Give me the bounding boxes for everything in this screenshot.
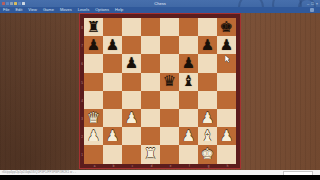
square-b1[interactable]: [103, 145, 122, 163]
square-a7[interactable]: ♟: [84, 36, 103, 54]
white-pawn[interactable]: ♟: [106, 128, 119, 143]
square-b6[interactable]: [103, 54, 122, 72]
square-e2[interactable]: [160, 127, 179, 145]
title-bar: Chess – □ ×: [0, 0, 320, 7]
white-rook[interactable]: ♜: [144, 146, 157, 161]
file-label-g: g: [199, 164, 218, 168]
square-f5[interactable]: ♝: [179, 73, 198, 91]
square-c3[interactable]: ♟: [122, 109, 141, 127]
square-b3[interactable]: [103, 109, 122, 127]
square-e3[interactable]: [160, 109, 179, 127]
black-pawn[interactable]: ♟: [87, 37, 100, 52]
file-label-c: c: [123, 164, 142, 168]
square-f3[interactable]: [179, 109, 198, 127]
close-icon[interactable]: ×: [316, 1, 318, 6]
square-g4[interactable]: [198, 91, 217, 109]
board-grid: ♜♚♟♟♟♟♟♟♛♝♛♟♟♟♟♟♝♟♜♚: [84, 18, 236, 164]
square-g2[interactable]: ♝: [198, 127, 217, 145]
square-g3[interactable]: ♟: [198, 109, 217, 127]
square-g1[interactable]: ♚: [198, 145, 217, 163]
rank-label-6: 6: [80, 55, 84, 73]
square-a5[interactable]: [84, 73, 103, 91]
square-f7[interactable]: [179, 36, 198, 54]
letterbox: [0, 175, 320, 180]
white-bishop[interactable]: ♝: [201, 128, 214, 143]
black-pawn[interactable]: ♟: [220, 37, 233, 52]
black-rook[interactable]: ♜: [87, 19, 100, 34]
black-queen[interactable]: ♛: [163, 74, 176, 89]
square-g7[interactable]: ♟: [198, 36, 217, 54]
square-c2[interactable]: [122, 127, 141, 145]
app-background: ♜♚♟♟♟♟♟♟♛♝♛♟♟♟♟♟♝♟♜♚ 87654321 abcdefgh: [0, 13, 320, 170]
chess-board: ♜♚♟♟♟♟♟♟♛♝♛♟♟♟♟♟♝♟♜♚ 87654321 abcdefgh: [79, 13, 241, 169]
square-a4[interactable]: [84, 91, 103, 109]
square-g5[interactable]: [198, 73, 217, 91]
file-label-h: h: [218, 164, 237, 168]
file-label-a: a: [85, 164, 104, 168]
rank-label-1: 1: [80, 146, 84, 164]
rank-label-7: 7: [80, 37, 84, 55]
window-controls: – □ ×: [307, 1, 318, 6]
square-a1[interactable]: [84, 145, 103, 163]
square-f1[interactable]: [179, 145, 198, 163]
square-a6[interactable]: [84, 54, 103, 72]
file-label-e: e: [161, 164, 180, 168]
square-f2[interactable]: ♟: [179, 127, 198, 145]
square-c5[interactable]: [122, 73, 141, 91]
square-b7[interactable]: ♟: [103, 36, 122, 54]
square-d8[interactable]: [141, 18, 160, 36]
window-title: Chess: [0, 1, 320, 6]
square-a3[interactable]: ♛: [84, 109, 103, 127]
square-b4[interactable]: [103, 91, 122, 109]
white-queen[interactable]: ♛: [87, 110, 100, 125]
square-e1[interactable]: [160, 145, 179, 163]
file-label-d: d: [142, 164, 161, 168]
white-pawn[interactable]: ♟: [201, 110, 214, 125]
black-king[interactable]: ♚: [220, 19, 233, 34]
white-pawn[interactable]: ♟: [87, 128, 100, 143]
square-e6[interactable]: [160, 54, 179, 72]
square-h8[interactable]: ♚: [217, 18, 236, 36]
square-f4[interactable]: [179, 91, 198, 109]
rank-labels: 87654321: [80, 19, 84, 165]
square-b5[interactable]: [103, 73, 122, 91]
square-d5[interactable]: [141, 73, 160, 91]
square-b8[interactable]: [103, 18, 122, 36]
square-d6[interactable]: [141, 54, 160, 72]
white-pawn[interactable]: ♟: [220, 128, 233, 143]
square-g6[interactable]: [198, 54, 217, 72]
file-label-f: f: [180, 164, 199, 168]
square-e5[interactable]: ♛: [160, 73, 179, 91]
window-header: Chess – □ × FileEditViewGameMovesLevelsO…: [0, 0, 320, 13]
square-d7[interactable]: [141, 36, 160, 54]
square-c7[interactable]: [122, 36, 141, 54]
square-h7[interactable]: ♟: [217, 36, 236, 54]
rank-label-4: 4: [80, 92, 84, 110]
white-pawn[interactable]: ♟: [182, 128, 195, 143]
black-pawn[interactable]: ♟: [201, 37, 214, 52]
mouse-cursor: [225, 55, 231, 63]
panel-toggle-icon[interactable]: [310, 8, 314, 12]
maximize-icon[interactable]: □: [311, 1, 313, 6]
square-c6[interactable]: ♟: [122, 54, 141, 72]
square-c1[interactable]: [122, 145, 141, 163]
rank-label-3: 3: [80, 110, 84, 128]
square-c8[interactable]: [122, 18, 141, 36]
square-a8[interactable]: ♜: [84, 18, 103, 36]
black-pawn[interactable]: ♟: [182, 55, 195, 70]
file-labels: abcdefgh: [85, 164, 237, 168]
square-h4[interactable]: [217, 91, 236, 109]
square-e4[interactable]: [160, 91, 179, 109]
square-d2[interactable]: [141, 127, 160, 145]
square-a2[interactable]: ♟: [84, 127, 103, 145]
square-g8[interactable]: [198, 18, 217, 36]
square-h2[interactable]: ♟: [217, 127, 236, 145]
square-e7[interactable]: [160, 36, 179, 54]
file-label-b: b: [104, 164, 123, 168]
black-pawn[interactable]: ♟: [125, 55, 138, 70]
square-c4[interactable]: [122, 91, 141, 109]
minimize-icon[interactable]: –: [307, 1, 309, 6]
square-e8[interactable]: [160, 18, 179, 36]
white-pawn[interactable]: ♟: [125, 110, 138, 125]
square-f8[interactable]: [179, 18, 198, 36]
rank-label-2: 2: [80, 128, 84, 146]
square-d3[interactable]: [141, 109, 160, 127]
square-h1[interactable]: [217, 145, 236, 163]
black-bishop[interactable]: ♝: [182, 74, 195, 89]
rank-label-8: 8: [80, 19, 84, 37]
square-h5[interactable]: [217, 73, 236, 91]
square-b2[interactable]: ♟: [103, 127, 122, 145]
white-king[interactable]: ♚: [201, 146, 214, 161]
square-h3[interactable]: [217, 109, 236, 127]
rank-label-5: 5: [80, 74, 84, 92]
square-d1[interactable]: ♜: [141, 145, 160, 163]
black-pawn[interactable]: ♟: [106, 37, 119, 52]
square-d4[interactable]: [141, 91, 160, 109]
square-f6[interactable]: ♟: [179, 54, 198, 72]
